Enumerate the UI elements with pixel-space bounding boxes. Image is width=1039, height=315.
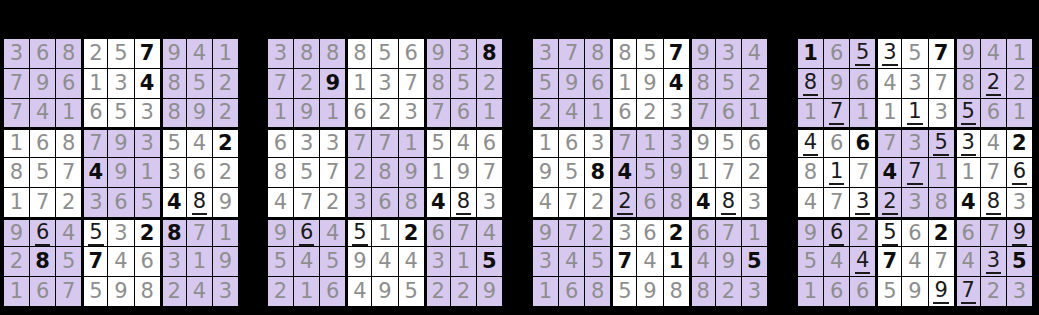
board2-cell-r6c8: 8 bbox=[451, 188, 476, 217]
cell-digit: 6 bbox=[114, 192, 127, 213]
cell-digit: 9 bbox=[274, 223, 287, 244]
cell-digit: 4 bbox=[378, 251, 391, 272]
board2-cell-r9c3: 6 bbox=[320, 277, 345, 306]
cell-digit: 6 bbox=[908, 223, 921, 244]
board3-cell-r6c9: 3 bbox=[742, 188, 767, 217]
board2-cell-r1c6: 6 bbox=[399, 39, 424, 68]
cell-digit: 6 bbox=[830, 281, 843, 302]
cell-digit: 3 bbox=[353, 192, 366, 213]
board3-cell-r8c5: 4 bbox=[637, 247, 662, 276]
board3-cell-r7c9: 1 bbox=[742, 218, 767, 247]
cell-digit: 4 bbox=[404, 251, 417, 272]
board2-cell-r8c2: 4 bbox=[294, 247, 319, 276]
board4-cell-r7c5: 6 bbox=[902, 218, 927, 247]
board2-cell-r3c7: 7 bbox=[425, 99, 450, 128]
cell-digit: 4 bbox=[908, 251, 921, 272]
cell-digit: 2 bbox=[219, 102, 232, 123]
cell-digit: 7 bbox=[722, 223, 735, 244]
cell-digit: 7 bbox=[274, 73, 287, 94]
cell-digit: 3 bbox=[89, 192, 102, 213]
board4-cell-r2c7: 8 bbox=[955, 69, 980, 98]
cell-digit: 8 bbox=[804, 162, 817, 183]
cell-digit: 2 bbox=[987, 281, 1000, 302]
cell-digit: 5 bbox=[62, 251, 75, 272]
cell-digit: 3 bbox=[908, 192, 921, 213]
cell-digit: 4 bbox=[987, 43, 1000, 64]
cell-digit: 2 bbox=[748, 73, 761, 94]
board3-cell-r3c9: 1 bbox=[742, 99, 767, 128]
cell-digit: 2 bbox=[218, 133, 233, 154]
board3-cell-r4c9: 6 bbox=[742, 128, 767, 157]
board2-cell-r9c9: 9 bbox=[477, 277, 502, 306]
board4-cell-r4c1: 4 bbox=[798, 128, 823, 157]
board2-cell-r6c5: 6 bbox=[372, 188, 397, 217]
board2-cell-r5c3: 7 bbox=[320, 158, 345, 187]
cell-digit: 9 bbox=[483, 281, 496, 302]
cell-digit: 8 bbox=[697, 73, 710, 94]
cell-digit: 8 bbox=[432, 73, 445, 94]
board3-cell-r1c8: 3 bbox=[716, 39, 741, 68]
board1-cell-r9c7: 2 bbox=[161, 277, 186, 306]
board3-cell-r8c9: 5 bbox=[742, 247, 767, 276]
cell-digit: 6 bbox=[856, 73, 869, 94]
board2-cell-r8c9: 5 bbox=[477, 247, 502, 276]
cell-digit: 9 bbox=[830, 73, 843, 94]
cell-digit: 9 bbox=[404, 162, 417, 183]
cell-digit: 7 bbox=[618, 133, 631, 154]
board2-cell-r6c2: 7 bbox=[294, 188, 319, 217]
cell-digit: 4 bbox=[62, 223, 75, 244]
cell-digit: 7 bbox=[829, 100, 844, 125]
board1-cell-r3c8: 9 bbox=[187, 99, 212, 128]
board4-cell-r9c6: 9 bbox=[929, 277, 954, 306]
board1-cell-r6c1: 1 bbox=[4, 188, 29, 217]
cell-digit: 3 bbox=[591, 133, 604, 154]
board4-cell-r1c3: 5 bbox=[850, 39, 875, 68]
board4-cell-r1c7: 9 bbox=[955, 39, 980, 68]
board2-cell-r2c5: 3 bbox=[372, 69, 397, 98]
board2-cell-r4c3: 3 bbox=[320, 128, 345, 157]
cell-digit: 5 bbox=[618, 281, 631, 302]
cell-digit: 9 bbox=[722, 251, 735, 272]
board1-cell-r7c5: 3 bbox=[108, 218, 133, 247]
cell-digit: 2 bbox=[617, 190, 632, 215]
cell-digit: 5 bbox=[457, 73, 470, 94]
board2-cell-r6c9: 3 bbox=[477, 188, 502, 217]
board2-cell-r8c8: 1 bbox=[451, 247, 476, 276]
cell-digit: 2 bbox=[1012, 133, 1027, 154]
board2-cell-r7c6: 2 bbox=[399, 218, 424, 247]
board1-cell-r8c8: 1 bbox=[187, 247, 212, 276]
board4-cell-r5c1: 8 bbox=[798, 158, 823, 187]
cell-digit: 5 bbox=[643, 162, 656, 183]
board3-cell-r9c7: 8 bbox=[690, 277, 715, 306]
board3-cell-r3c7: 7 bbox=[690, 99, 715, 128]
board3-cell-r5c4: 4 bbox=[611, 158, 636, 187]
board4-cell-r5c8: 7 bbox=[981, 158, 1006, 187]
cell-digit: 8 bbox=[456, 190, 471, 215]
cell-digit: 4 bbox=[167, 192, 182, 213]
board4-cell-r7c1: 9 bbox=[798, 218, 823, 247]
board1-cell-r9c9: 3 bbox=[213, 277, 238, 306]
board1-cell-r3c7: 8 bbox=[161, 99, 186, 128]
cell-digit: 6 bbox=[140, 251, 153, 272]
board1-cell-r9c3: 7 bbox=[56, 277, 81, 306]
board3-cell-r7c2: 7 bbox=[559, 218, 584, 247]
board3-cell-r6c5: 6 bbox=[637, 188, 662, 217]
cell-digit: 3 bbox=[669, 133, 682, 154]
cell-digit: 8 bbox=[482, 43, 497, 64]
cell-digit: 9 bbox=[643, 73, 656, 94]
board3-cell-r1c5: 5 bbox=[637, 39, 662, 68]
board3-cell-r9c2: 6 bbox=[559, 277, 584, 306]
cell-digit: 2 bbox=[10, 251, 23, 272]
board1-cell-r7c9: 1 bbox=[213, 218, 238, 247]
board1-cell-r7c6: 2 bbox=[135, 218, 160, 247]
board2-cell-r2c9: 2 bbox=[477, 69, 502, 98]
cell-digit: 6 bbox=[457, 102, 470, 123]
board1-cell-r9c8: 4 bbox=[187, 277, 212, 306]
board3-cell-r3c8: 6 bbox=[716, 99, 741, 128]
board4-cell-r9c4: 5 bbox=[876, 277, 901, 306]
cell-digit: 8 bbox=[378, 162, 391, 183]
board3-cell-r7c3: 2 bbox=[585, 218, 610, 247]
board4-cell-r8c2: 4 bbox=[824, 247, 849, 276]
cell-digit: 6 bbox=[483, 133, 496, 154]
board4-cell-r3c4: 1 bbox=[876, 99, 901, 128]
cell-digit: 3 bbox=[986, 249, 1001, 274]
board4-cell-r4c5: 3 bbox=[902, 128, 927, 157]
cell-digit: 6 bbox=[36, 281, 49, 302]
cell-digit: 9 bbox=[168, 43, 181, 64]
cell-digit: 8 bbox=[934, 192, 947, 213]
board2-cell-r3c4: 6 bbox=[346, 99, 371, 128]
board2-cell-r9c6: 5 bbox=[399, 277, 424, 306]
board3-cell-r2c4: 1 bbox=[611, 69, 636, 98]
board4-cell-r2c8: 2 bbox=[981, 69, 1006, 98]
cell-digit: 6 bbox=[962, 223, 975, 244]
cell-digit: 6 bbox=[274, 133, 287, 154]
board3-cell-r1c3: 8 bbox=[585, 39, 610, 68]
board2-cell-r3c6: 3 bbox=[399, 99, 424, 128]
cell-digit: 6 bbox=[89, 102, 102, 123]
board1-cell-r5c2: 5 bbox=[30, 158, 55, 187]
board3-cell-r1c4: 8 bbox=[611, 39, 636, 68]
cell-digit: 9 bbox=[219, 192, 232, 213]
board3-cell-r4c2: 6 bbox=[559, 128, 584, 157]
cell-digit: 8 bbox=[721, 190, 736, 215]
board3-cell-r5c7: 1 bbox=[690, 158, 715, 187]
cell-digit: 5 bbox=[168, 133, 181, 154]
cell-digit: 9 bbox=[669, 162, 682, 183]
board2-cell-r1c9: 8 bbox=[477, 39, 502, 68]
cell-digit: 4 bbox=[193, 43, 206, 64]
cell-digit: 7 bbox=[961, 279, 976, 304]
cell-digit: 7 bbox=[432, 102, 445, 123]
board3-cell-r5c1: 9 bbox=[533, 158, 558, 187]
cell-digit: 6 bbox=[193, 162, 206, 183]
board4-cell-r2c3: 6 bbox=[850, 69, 875, 98]
cell-digit: 4 bbox=[883, 73, 896, 94]
cell-digit: 3 bbox=[404, 102, 417, 123]
cell-digit: 4 bbox=[193, 133, 206, 154]
board1-cell-r2c1: 7 bbox=[4, 69, 29, 98]
board1-cell-r4c8: 4 bbox=[187, 128, 212, 157]
board2-cell-r8c7: 3 bbox=[425, 247, 450, 276]
board3-cell-r6c3: 2 bbox=[585, 188, 610, 217]
cell-digit: 3 bbox=[934, 102, 947, 123]
board3-cell-r4c7: 9 bbox=[690, 128, 715, 157]
board3-cell-r5c3: 8 bbox=[585, 158, 610, 187]
cell-digit: 1 bbox=[378, 223, 391, 244]
board1-cell-r8c2: 8 bbox=[30, 247, 55, 276]
cell-digit: 3 bbox=[1013, 281, 1026, 302]
board3-cell-r4c8: 5 bbox=[716, 128, 741, 157]
cell-digit: 4 bbox=[643, 251, 656, 272]
cell-digit: 5 bbox=[722, 133, 735, 154]
cell-digit: 4 bbox=[565, 102, 578, 123]
board3-cell-r3c4: 6 bbox=[611, 99, 636, 128]
cell-digit: 7 bbox=[62, 162, 75, 183]
cell-digit: 1 bbox=[274, 102, 287, 123]
cell-digit: 2 bbox=[591, 223, 604, 244]
cell-digit: 4 bbox=[830, 251, 843, 272]
board4-cell-r1c4: 3 bbox=[876, 39, 901, 68]
cell-digit: 9 bbox=[933, 279, 948, 304]
cell-digit: 2 bbox=[539, 102, 552, 123]
cell-digit: 4 bbox=[326, 223, 339, 244]
cell-digit: 2 bbox=[62, 192, 75, 213]
board3-cell-r5c8: 7 bbox=[716, 158, 741, 187]
cell-digit: 8 bbox=[697, 281, 710, 302]
cell-digit: 4 bbox=[457, 133, 470, 154]
cell-digit: 6 bbox=[565, 281, 578, 302]
cell-digit: 6 bbox=[987, 102, 1000, 123]
board2-cell-r9c2: 1 bbox=[294, 277, 319, 306]
cell-digit: 6 bbox=[62, 73, 75, 94]
cell-digit: 4 bbox=[274, 192, 287, 213]
board2-cell-r3c2: 9 bbox=[294, 99, 319, 128]
board3-cell-r9c6: 8 bbox=[664, 277, 689, 306]
board3-cell-r3c2: 4 bbox=[559, 99, 584, 128]
board1-cell-r2c7: 8 bbox=[161, 69, 186, 98]
cell-digit: 7 bbox=[483, 162, 496, 183]
board3-cell-r2c9: 2 bbox=[742, 69, 767, 98]
cell-digit: 3 bbox=[669, 102, 682, 123]
cell-digit: 5 bbox=[539, 73, 552, 94]
board1-cell-r6c8: 8 bbox=[187, 188, 212, 217]
cell-digit: 5 bbox=[114, 102, 127, 123]
board3-cell-r7c8: 7 bbox=[716, 218, 741, 247]
board1-cell-r7c7: 8 bbox=[161, 218, 186, 247]
sudoku-board-3: 3788579345961948522416237611637139569584… bbox=[531, 37, 769, 308]
cell-digit: 4 bbox=[89, 162, 104, 183]
board1-cell-r3c9: 2 bbox=[213, 99, 238, 128]
cell-digit: 2 bbox=[219, 73, 232, 94]
cell-digit: 7 bbox=[987, 162, 1000, 183]
board2-cell-r9c5: 9 bbox=[372, 277, 397, 306]
board3-cell-r2c6: 4 bbox=[664, 69, 689, 98]
board1-cell-r8c5: 4 bbox=[108, 247, 133, 276]
cell-digit: 8 bbox=[353, 43, 366, 64]
cell-digit: 9 bbox=[300, 102, 313, 123]
cell-digit: 1 bbox=[539, 133, 552, 154]
cell-digit: 4 bbox=[855, 249, 870, 274]
board3-cell-r7c7: 6 bbox=[690, 218, 715, 247]
cell-digit: 9 bbox=[114, 281, 127, 302]
board4-cell-r6c5: 3 bbox=[902, 188, 927, 217]
cell-digit: 1 bbox=[62, 102, 75, 123]
cell-digit: 4 bbox=[431, 192, 446, 213]
board1-cell-r4c9: 2 bbox=[213, 128, 238, 157]
cell-digit: 9 bbox=[353, 251, 366, 272]
cell-digit: 5 bbox=[326, 251, 339, 272]
board2-cell-r1c3: 8 bbox=[320, 39, 345, 68]
board2-cell-r7c5: 1 bbox=[372, 218, 397, 247]
cell-digit: 1 bbox=[457, 251, 470, 272]
board2-cell-r4c2: 3 bbox=[294, 128, 319, 157]
board1-cell-r7c2: 6 bbox=[30, 218, 55, 247]
cell-digit: 3 bbox=[539, 251, 552, 272]
board2-cell-r5c9: 7 bbox=[477, 158, 502, 187]
cell-digit: 3 bbox=[1013, 192, 1026, 213]
cell-digit: 2 bbox=[89, 43, 102, 64]
cell-digit: 3 bbox=[483, 192, 496, 213]
board2-cell-r5c4: 2 bbox=[346, 158, 371, 187]
board1-cell-r4c5: 9 bbox=[108, 128, 133, 157]
board1-cell-r1c3: 8 bbox=[56, 39, 81, 68]
board4-cell-r6c4: 2 bbox=[876, 188, 901, 217]
cell-digit: 7 bbox=[697, 102, 710, 123]
board1-cell-r7c4: 5 bbox=[82, 218, 107, 247]
board1-cell-r5c3: 7 bbox=[56, 158, 81, 187]
cell-digit: 2 bbox=[722, 281, 735, 302]
cell-digit: 1 bbox=[404, 133, 417, 154]
cell-digit: 7 bbox=[62, 281, 75, 302]
cell-digit: 6 bbox=[591, 73, 604, 94]
cell-digit: 8 bbox=[803, 71, 818, 96]
board4-cell-r5c5: 7 bbox=[902, 158, 927, 187]
cell-digit: 5 bbox=[883, 281, 896, 302]
cell-digit: 5 bbox=[36, 162, 49, 183]
cell-digit: 5 bbox=[404, 281, 417, 302]
board1-cell-r5c8: 6 bbox=[187, 158, 212, 187]
cell-digit: 2 bbox=[669, 223, 684, 244]
cell-digit: 7 bbox=[140, 43, 155, 64]
board3-cell-r7c5: 6 bbox=[637, 218, 662, 247]
board1-cell-r9c2: 6 bbox=[30, 277, 55, 306]
board4-cell-r7c4: 5 bbox=[876, 218, 901, 247]
cell-digit: 2 bbox=[404, 223, 419, 244]
board1-cell-r8c6: 6 bbox=[135, 247, 160, 276]
board1-cell-r2c5: 3 bbox=[108, 69, 133, 98]
board3-cell-r7c1: 9 bbox=[533, 218, 558, 247]
board2-cell-r2c7: 8 bbox=[425, 69, 450, 98]
cell-digit: 3 bbox=[168, 251, 181, 272]
board4-cell-r9c3: 6 bbox=[850, 277, 875, 306]
cell-digit: 8 bbox=[35, 251, 50, 272]
board4-cell-r4c4: 7 bbox=[876, 128, 901, 157]
board4-cell-r9c1: 1 bbox=[798, 277, 823, 306]
board2-cell-r7c2: 6 bbox=[294, 218, 319, 247]
board1-cell-r2c6: 4 bbox=[135, 69, 160, 98]
board2-cell-r4c9: 6 bbox=[477, 128, 502, 157]
board1-cell-r3c1: 7 bbox=[4, 99, 29, 128]
cell-digit: 2 bbox=[378, 102, 391, 123]
board4-cell-r5c4: 4 bbox=[876, 158, 901, 187]
board1-cell-r9c5: 9 bbox=[108, 277, 133, 306]
cell-digit: 3 bbox=[219, 281, 232, 302]
cell-digit: 8 bbox=[591, 281, 604, 302]
cell-digit: 3 bbox=[457, 43, 470, 64]
cell-digit: 9 bbox=[432, 43, 445, 64]
board3-cell-r9c1: 1 bbox=[533, 277, 558, 306]
board1-cell-r5c9: 2 bbox=[213, 158, 238, 187]
board3-cell-r5c6: 9 bbox=[664, 158, 689, 187]
board1-cell-r7c3: 4 bbox=[56, 218, 81, 247]
cell-digit: 2 bbox=[353, 162, 366, 183]
cell-digit: 9 bbox=[962, 43, 975, 64]
cell-digit: 1 bbox=[1013, 43, 1026, 64]
board4-cell-r3c2: 7 bbox=[824, 99, 849, 128]
cell-digit: 6 bbox=[326, 281, 339, 302]
cell-digit: 4 bbox=[804, 192, 817, 213]
board3-cell-r4c3: 3 bbox=[585, 128, 610, 157]
cell-digit: 5 bbox=[643, 43, 656, 64]
board2-cell-r6c6: 8 bbox=[399, 188, 424, 217]
cell-digit: 8 bbox=[140, 281, 153, 302]
board4-cell-r8c3: 4 bbox=[850, 247, 875, 276]
board4-cell-r5c2: 1 bbox=[824, 158, 849, 187]
board1-cell-r8c9: 9 bbox=[213, 247, 238, 276]
board4-cell-r2c6: 7 bbox=[929, 69, 954, 98]
board3-cell-r4c5: 1 bbox=[637, 128, 662, 157]
board3-cell-r1c2: 7 bbox=[559, 39, 584, 68]
board3-cell-r7c4: 3 bbox=[611, 218, 636, 247]
board4-cell-r3c8: 6 bbox=[981, 99, 1006, 128]
cell-digit: 8 bbox=[591, 43, 604, 64]
cell-digit: 5 bbox=[274, 251, 287, 272]
cell-digit: 7 bbox=[722, 162, 735, 183]
board4-cell-r7c9: 9 bbox=[1007, 218, 1032, 247]
board3-cell-r6c8: 8 bbox=[716, 188, 741, 217]
cell-digit: 8 bbox=[326, 43, 339, 64]
cell-digit: 1 bbox=[483, 102, 496, 123]
cell-digit: 8 bbox=[404, 192, 417, 213]
board1-cell-r2c3: 6 bbox=[56, 69, 81, 98]
board3-cell-r4c6: 3 bbox=[664, 128, 689, 157]
board1-cell-r4c4: 7 bbox=[82, 128, 107, 157]
board2-cell-r7c1: 9 bbox=[268, 218, 293, 247]
cell-digit: 7 bbox=[193, 223, 206, 244]
cell-digit: 3 bbox=[140, 102, 153, 123]
cell-digit: 8 bbox=[167, 223, 182, 244]
cell-digit: 7 bbox=[907, 160, 922, 185]
cell-digit: 1 bbox=[669, 251, 684, 272]
board3-cell-r9c9: 3 bbox=[742, 277, 767, 306]
cell-digit: 9 bbox=[697, 133, 710, 154]
cell-digit: 4 bbox=[565, 251, 578, 272]
board1-cell-r1c8: 4 bbox=[187, 39, 212, 68]
board3-cell-r3c6: 3 bbox=[664, 99, 689, 128]
cell-digit: 1 bbox=[697, 162, 710, 183]
cell-digit: 2 bbox=[856, 223, 869, 244]
board1-cell-r2c8: 5 bbox=[187, 69, 212, 98]
cell-digit: 6 bbox=[830, 43, 843, 64]
cell-digit: 3 bbox=[855, 190, 870, 215]
cell-digit: 7 bbox=[934, 251, 947, 272]
cell-digit: 7 bbox=[934, 73, 947, 94]
